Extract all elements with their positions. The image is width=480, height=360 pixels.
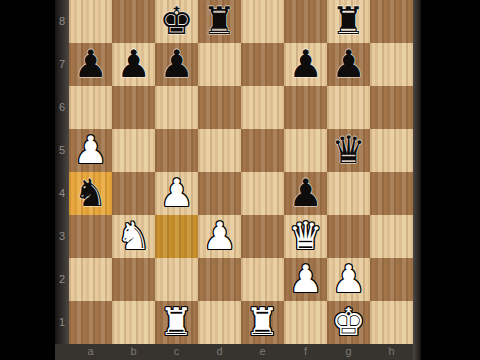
file-coordinates: abcdefgh — [69, 344, 413, 360]
square-e3[interactable] — [241, 215, 284, 258]
square-d1[interactable] — [198, 301, 241, 344]
square-d4[interactable] — [198, 172, 241, 215]
square-c2[interactable] — [155, 258, 198, 301]
square-f3[interactable]: ♛ — [284, 215, 327, 258]
white-rook[interactable]: ♜ — [159, 301, 193, 344]
square-b4[interactable] — [112, 172, 155, 215]
square-g1[interactable]: ♚ — [327, 301, 370, 344]
square-g3[interactable] — [327, 215, 370, 258]
square-h5[interactable] — [370, 129, 413, 172]
black-pawn[interactable]: ♟ — [116, 43, 150, 86]
file-label-b: b — [112, 344, 155, 360]
square-g4[interactable] — [327, 172, 370, 215]
rank-label-5: 5 — [55, 129, 69, 172]
rank-label-2: 2 — [55, 258, 69, 301]
square-a3[interactable] — [69, 215, 112, 258]
square-a6[interactable] — [69, 86, 112, 129]
square-d7[interactable] — [198, 43, 241, 86]
black-pawn[interactable]: ♟ — [288, 43, 322, 86]
black-rook[interactable]: ♜ — [331, 0, 365, 43]
square-g7[interactable]: ♟ — [327, 43, 370, 86]
square-e8[interactable] — [241, 0, 284, 43]
square-c3[interactable] — [155, 215, 198, 258]
black-pawn[interactable]: ♟ — [159, 43, 193, 86]
square-h8[interactable] — [370, 0, 413, 43]
file-label-g: g — [327, 344, 370, 360]
file-label-d: d — [198, 344, 241, 360]
rank-label-6: 6 — [55, 86, 69, 129]
board-right-edge — [413, 0, 421, 360]
square-b3[interactable]: ♞ — [112, 215, 155, 258]
square-c4[interactable]: ♟ — [155, 172, 198, 215]
square-b8[interactable] — [112, 0, 155, 43]
board-panel: 87654321 ♚♜♜♟♟♟♟♟♟♛♞♟♟♞♟♛♟♟♜♜♚ abcdefgh — [55, 0, 421, 360]
square-f1[interactable] — [284, 301, 327, 344]
square-f8[interactable] — [284, 0, 327, 43]
square-g2[interactable]: ♟ — [327, 258, 370, 301]
square-e5[interactable] — [241, 129, 284, 172]
square-b2[interactable] — [112, 258, 155, 301]
square-e6[interactable] — [241, 86, 284, 129]
square-f4[interactable]: ♟ — [284, 172, 327, 215]
square-c1[interactable]: ♜ — [155, 301, 198, 344]
square-a2[interactable] — [69, 258, 112, 301]
square-d5[interactable] — [198, 129, 241, 172]
square-h3[interactable] — [370, 215, 413, 258]
square-g6[interactable] — [327, 86, 370, 129]
white-pawn[interactable]: ♟ — [288, 258, 322, 301]
rank-label-4: 4 — [55, 172, 69, 215]
square-d2[interactable] — [198, 258, 241, 301]
black-pawn[interactable]: ♟ — [331, 43, 365, 86]
black-pawn[interactable]: ♟ — [73, 43, 107, 86]
square-c5[interactable] — [155, 129, 198, 172]
square-e7[interactable] — [241, 43, 284, 86]
file-label-f: f — [284, 344, 327, 360]
square-c6[interactable] — [155, 86, 198, 129]
white-king[interactable]: ♚ — [331, 301, 365, 344]
rank-coordinates: 87654321 — [55, 0, 69, 344]
white-pawn[interactable]: ♟ — [331, 258, 365, 301]
square-c7[interactable]: ♟ — [155, 43, 198, 86]
file-label-a: a — [69, 344, 112, 360]
rank-label-7: 7 — [55, 43, 69, 86]
black-knight[interactable]: ♞ — [73, 172, 107, 215]
square-b5[interactable] — [112, 129, 155, 172]
square-h4[interactable] — [370, 172, 413, 215]
white-pawn[interactable]: ♟ — [159, 172, 193, 215]
rank-label-8: 8 — [55, 0, 69, 43]
white-knight[interactable]: ♞ — [116, 215, 150, 258]
square-g5[interactable]: ♛ — [327, 129, 370, 172]
square-f5[interactable] — [284, 129, 327, 172]
square-d6[interactable] — [198, 86, 241, 129]
square-h6[interactable] — [370, 86, 413, 129]
white-pawn[interactable]: ♟ — [202, 215, 236, 258]
square-a5[interactable]: ♟ — [69, 129, 112, 172]
square-a1[interactable] — [69, 301, 112, 344]
square-c8[interactable]: ♚ — [155, 0, 198, 43]
square-g8[interactable]: ♜ — [327, 0, 370, 43]
square-b6[interactable] — [112, 86, 155, 129]
white-queen[interactable]: ♛ — [288, 215, 322, 258]
square-b7[interactable]: ♟ — [112, 43, 155, 86]
white-rook[interactable]: ♜ — [245, 301, 279, 344]
chess-board[interactable]: ♚♜♜♟♟♟♟♟♟♛♞♟♟♞♟♛♟♟♜♜♚ — [69, 0, 413, 344]
square-d8[interactable]: ♜ — [198, 0, 241, 43]
black-queen[interactable]: ♛ — [331, 129, 365, 172]
square-h2[interactable] — [370, 258, 413, 301]
rank-label-1: 1 — [55, 301, 69, 344]
white-pawn[interactable]: ♟ — [73, 129, 107, 172]
rank-label-3: 3 — [55, 215, 69, 258]
black-rook[interactable]: ♜ — [202, 0, 236, 43]
square-a8[interactable] — [69, 0, 112, 43]
square-e4[interactable] — [241, 172, 284, 215]
square-f7[interactable]: ♟ — [284, 43, 327, 86]
file-label-h: h — [370, 344, 413, 360]
square-e1[interactable]: ♜ — [241, 301, 284, 344]
black-pawn[interactable]: ♟ — [288, 172, 322, 215]
square-f2[interactable]: ♟ — [284, 258, 327, 301]
square-e2[interactable] — [241, 258, 284, 301]
square-a4[interactable]: ♞ — [69, 172, 112, 215]
black-king[interactable]: ♚ — [159, 0, 193, 43]
square-a7[interactable]: ♟ — [69, 43, 112, 86]
square-d3[interactable]: ♟ — [198, 215, 241, 258]
square-f6[interactable] — [284, 86, 327, 129]
square-b1[interactable] — [112, 301, 155, 344]
file-label-e: e — [241, 344, 284, 360]
square-h1[interactable] — [370, 301, 413, 344]
file-label-c: c — [155, 344, 198, 360]
square-h7[interactable] — [370, 43, 413, 86]
